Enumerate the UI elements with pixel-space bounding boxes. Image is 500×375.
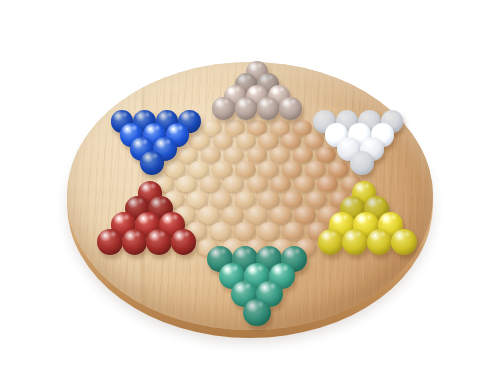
empty-hole[interactable] — [235, 191, 256, 208]
marble-tan[interactable] — [279, 97, 302, 120]
empty-hole[interactable] — [247, 176, 268, 193]
empty-hole[interactable] — [210, 222, 232, 239]
empty-hole[interactable] — [165, 161, 186, 178]
marble-red[interactable] — [146, 229, 172, 255]
empty-hole[interactable] — [212, 161, 233, 178]
marble-red[interactable] — [97, 229, 123, 255]
marble-red[interactable] — [171, 229, 197, 255]
empty-hole[interactable] — [328, 161, 349, 178]
empty-hole[interactable] — [258, 161, 279, 178]
empty-hole[interactable] — [198, 206, 220, 223]
scene — [0, 0, 500, 375]
empty-hole[interactable] — [306, 191, 327, 208]
marble-yellow[interactable] — [318, 229, 344, 255]
empty-hole[interactable] — [235, 161, 256, 178]
empty-hole[interactable] — [270, 206, 292, 223]
marble-green[interactable] — [243, 299, 270, 326]
empty-hole[interactable] — [258, 191, 279, 208]
empty-hole[interactable] — [294, 176, 315, 193]
empty-hole[interactable] — [211, 191, 232, 208]
empty-hole[interactable] — [317, 176, 338, 193]
empty-hole[interactable] — [189, 161, 210, 178]
empty-hole[interactable] — [222, 206, 244, 223]
marble-white[interactable] — [350, 151, 374, 175]
empty-hole[interactable] — [283, 222, 305, 239]
empty-hole[interactable] — [234, 222, 256, 239]
empty-hole[interactable] — [200, 176, 221, 193]
empty-hole[interactable] — [294, 206, 316, 223]
empty-hole[interactable] — [282, 161, 303, 178]
marble-yellow[interactable] — [367, 229, 393, 255]
empty-hole[interactable] — [246, 206, 268, 223]
marble-tan[interactable] — [235, 97, 258, 120]
empty-hole[interactable] — [270, 176, 291, 193]
marble-blue[interactable] — [140, 151, 164, 175]
marble-yellow[interactable] — [391, 229, 417, 255]
marble-tan[interactable] — [257, 97, 280, 120]
empty-hole[interactable] — [282, 191, 303, 208]
marble-red[interactable] — [122, 229, 148, 255]
empty-hole[interactable] — [176, 176, 197, 193]
empty-hole[interactable] — [305, 161, 326, 178]
holes-layer — [0, 0, 500, 375]
empty-hole[interactable] — [293, 147, 314, 163]
marble-yellow[interactable] — [342, 229, 368, 255]
empty-hole[interactable] — [187, 191, 208, 208]
empty-hole[interactable] — [258, 222, 280, 239]
marble-tan[interactable] — [212, 97, 235, 120]
empty-hole[interactable] — [223, 176, 244, 193]
